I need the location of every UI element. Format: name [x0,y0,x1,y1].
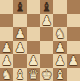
white-king-piece: ♚ [41,68,52,81]
square-r5c2[interactable]: ♛ [27,68,40,82]
square-r0c1[interactable]: ♝ [13,0,26,14]
square-r0c5[interactable] [67,0,80,14]
square-r5c3[interactable]: ♚ [40,68,53,82]
square-r0c4[interactable] [53,0,66,14]
square-r3c4[interactable]: ♟ [53,41,66,55]
white-pawn-piece: ♟ [68,54,79,67]
square-r5c4[interactable]: ♝ [53,68,66,82]
square-r1c3[interactable]: ♟ [40,14,53,28]
white-pawn-piece: ♟ [54,41,65,54]
square-r4c0[interactable]: ♟ [0,54,13,68]
white-queen-piece: ♛ [28,68,39,81]
square-r3c5[interactable] [67,41,80,55]
square-r4c1[interactable] [13,54,26,68]
square-r0c0[interactable] [0,0,13,14]
square-r1c5[interactable] [67,14,80,28]
square-r1c0[interactable] [0,14,13,28]
square-r0c3[interactable]: ♝ [40,0,53,14]
square-r1c2[interactable] [27,14,40,28]
square-r3c2[interactable] [27,41,40,55]
square-r0c2[interactable] [27,0,40,14]
square-r2c5[interactable] [67,27,80,41]
square-r2c4[interactable]: ♞ [53,27,66,41]
square-r5c5[interactable] [67,68,80,82]
square-r2c3[interactable] [40,27,53,41]
square-r3c1[interactable]: ♟ [13,41,26,55]
white-knight-piece: ♞ [1,68,12,81]
square-r3c0[interactable]: ♟ [0,41,13,55]
white-pawn-piece: ♟ [54,54,65,67]
chess-board: ♝♝♟♟♞♟♟♟♟♟♟♟♞♝♛♚♝ [0,0,80,81]
white-bishop-piece: ♝ [14,68,25,81]
square-r5c1[interactable]: ♝ [13,68,26,82]
white-pawn-piece: ♟ [14,27,25,40]
square-r4c2[interactable]: ♟ [27,54,40,68]
white-pawn-piece: ♟ [1,54,12,67]
white-pawn-piece: ♟ [1,41,12,54]
white-knight-piece: ♞ [54,27,65,40]
square-r3c3[interactable] [40,41,53,55]
square-r2c0[interactable] [0,27,13,41]
square-r5c0[interactable]: ♞ [0,68,13,82]
black-bishop-piece: ♝ [41,0,52,13]
square-r1c4[interactable] [53,14,66,28]
square-r4c4[interactable]: ♟ [53,54,66,68]
black-bishop-piece: ♝ [14,0,25,13]
white-bishop-piece: ♝ [54,68,65,81]
square-r4c5[interactable]: ♟ [67,54,80,68]
square-r4c3[interactable] [40,54,53,68]
square-r2c1[interactable]: ♟ [13,27,26,41]
square-r2c2[interactable] [27,27,40,41]
white-pawn-piece: ♟ [28,54,39,67]
square-r1c1[interactable] [13,14,26,28]
white-pawn-piece: ♟ [41,14,52,27]
white-pawn-piece: ♟ [14,41,25,54]
